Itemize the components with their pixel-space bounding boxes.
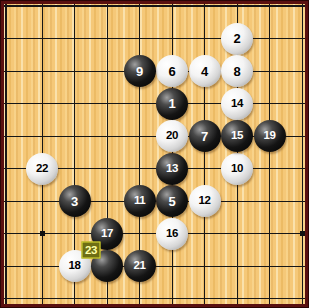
stone-23-black: 23 [91, 250, 123, 282]
stone-3-black: 3 [59, 185, 91, 217]
move-number-label: 4 [189, 55, 221, 87]
stone-8-white: 8 [221, 55, 253, 87]
stone-13-black: 13 [156, 153, 188, 185]
stone-2-white: 2 [221, 23, 253, 55]
stone-9-black: 9 [124, 55, 156, 87]
move-number-label: 11 [124, 185, 156, 217]
grid-vertical-line [269, 4, 270, 304]
move-number-label: 22 [26, 153, 58, 185]
move-number-label: 6 [156, 55, 188, 87]
move-number-label: 8 [221, 55, 253, 87]
move-number-label: 12 [189, 185, 221, 217]
board-left-edge-line [5, 4, 7, 304]
move-number-label: 10 [221, 153, 253, 185]
stone-15-black: 15 [221, 120, 253, 152]
move-number-label: 7 [189, 120, 221, 152]
grid-vertical-line [302, 4, 303, 304]
move-number-label: 9 [124, 55, 156, 87]
stone-21-black: 21 [124, 250, 156, 282]
stone-19-black: 19 [254, 120, 286, 152]
stone-16-white: 16 [156, 218, 188, 250]
move-number-label: 5 [156, 185, 188, 217]
move-number-label: 16 [156, 218, 188, 250]
move-number-label: 13 [156, 153, 188, 185]
grid-vertical-line [204, 4, 205, 304]
move-number-label: 14 [221, 88, 253, 120]
grid-horizontal-line [4, 103, 305, 104]
stone-1-black: 1 [156, 88, 188, 120]
board-top-edge-line [4, 5, 305, 7]
move-number-label: 2 [221, 23, 253, 55]
grid-horizontal-line [4, 298, 305, 299]
go-board[interactable]: 1234567891011121314151617181920212223 [4, 4, 305, 304]
move-number-label: 21 [124, 250, 156, 282]
stone-5-black: 5 [156, 185, 188, 217]
move-number-label: 3 [59, 185, 91, 217]
stone-4-white: 4 [189, 55, 221, 87]
grid-horizontal-line [4, 233, 305, 234]
last-move-number-label: 23 [82, 242, 101, 259]
stone-6-white: 6 [156, 55, 188, 87]
stone-10-white: 10 [221, 153, 253, 185]
board-frame: 1234567891011121314151617181920212223 [0, 0, 309, 308]
stone-22-white: 22 [26, 153, 58, 185]
star-point [40, 231, 45, 236]
move-number-label: 1 [156, 88, 188, 120]
move-number-label: 20 [156, 120, 188, 152]
stone-11-black: 11 [124, 185, 156, 217]
star-point [300, 231, 305, 236]
grid-horizontal-line [4, 38, 305, 39]
stone-20-white: 20 [156, 120, 188, 152]
stone-12-white: 12 [189, 185, 221, 217]
move-number-label: 15 [221, 120, 253, 152]
move-number-label: 19 [254, 120, 286, 152]
stone-14-white: 14 [221, 88, 253, 120]
stone-7-black: 7 [189, 120, 221, 152]
